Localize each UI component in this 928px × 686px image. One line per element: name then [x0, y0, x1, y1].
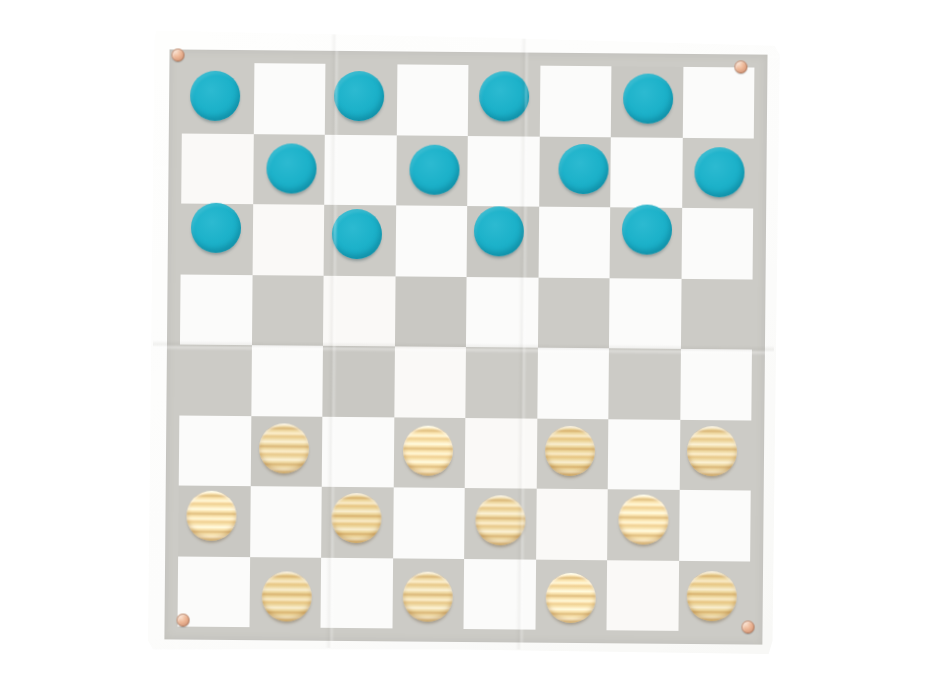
square-r3c3[interactable]	[324, 205, 396, 276]
square-r4c4[interactable]	[394, 276, 466, 347]
square-r2c7	[610, 137, 682, 208]
square-r1c7[interactable]	[611, 66, 683, 137]
square-r6c2[interactable]	[250, 416, 322, 487]
square-r3c2	[252, 204, 324, 275]
square-r2c6[interactable]	[539, 136, 611, 207]
square-r5c7[interactable]	[608, 348, 680, 419]
square-r4c1	[180, 274, 252, 345]
square-r7c7[interactable]	[607, 489, 679, 560]
square-r6c3	[322, 416, 394, 487]
square-r3c1[interactable]	[181, 204, 253, 275]
teal-piece-1[interactable]	[190, 71, 240, 121]
square-r7c2	[250, 486, 322, 557]
square-r6c6[interactable]	[536, 418, 608, 489]
wood-piece-25[interactable]	[186, 491, 236, 541]
square-r3c6	[538, 207, 610, 278]
square-r2c2[interactable]	[253, 134, 325, 205]
square-r5c3[interactable]	[322, 346, 394, 417]
wood-piece-31[interactable]	[546, 572, 596, 622]
square-r1c8	[682, 67, 754, 138]
wood-piece-30[interactable]	[403, 571, 453, 621]
square-r6c5	[465, 418, 537, 489]
square-r3c8	[681, 208, 753, 279]
square-r4c8[interactable]	[680, 278, 752, 349]
square-r1c4	[396, 64, 468, 135]
teal-piece-9[interactable]	[191, 203, 241, 253]
square-r3c5[interactable]	[467, 206, 539, 277]
square-r1c2	[253, 63, 325, 134]
teal-piece-10[interactable]	[331, 209, 381, 259]
square-r5c1[interactable]	[179, 345, 251, 416]
square-r8c8[interactable]	[678, 560, 750, 631]
square-r6c1	[179, 415, 251, 486]
square-r6c8[interactable]	[679, 419, 751, 490]
teal-piece-8[interactable]	[695, 147, 745, 197]
square-r2c1	[181, 133, 253, 204]
square-r2c5	[467, 136, 539, 207]
board-frame	[164, 49, 767, 644]
square-r4c3	[323, 275, 395, 346]
square-r7c6	[536, 489, 608, 560]
square-r7c5[interactable]	[464, 488, 536, 559]
teal-piece-2[interactable]	[334, 71, 384, 121]
square-r7c4	[393, 487, 465, 558]
checkers-board	[178, 63, 755, 632]
teal-piece-6[interactable]	[410, 144, 460, 194]
square-r4c7	[609, 278, 681, 349]
square-r5c6	[537, 348, 609, 419]
wood-piece-26[interactable]	[331, 493, 381, 543]
square-r3c7[interactable]	[610, 207, 682, 278]
square-r4c2[interactable]	[251, 275, 323, 346]
square-r5c5[interactable]	[465, 347, 537, 418]
square-r8c4[interactable]	[392, 558, 464, 629]
square-r2c8[interactable]	[682, 137, 754, 208]
wood-piece-32[interactable]	[687, 571, 737, 621]
teal-piece-11[interactable]	[473, 206, 523, 256]
teal-piece-5[interactable]	[267, 143, 317, 193]
square-r8c7	[606, 560, 678, 631]
wood-piece-23[interactable]	[545, 425, 595, 475]
square-r2c3	[324, 134, 396, 205]
wood-piece-21[interactable]	[259, 423, 309, 473]
square-r8c2[interactable]	[249, 557, 321, 628]
teal-piece-12[interactable]	[622, 205, 672, 255]
game-mat	[147, 29, 779, 654]
grommet-top-right	[734, 60, 747, 73]
square-r1c6	[539, 66, 611, 137]
square-r5c4	[394, 346, 466, 417]
square-r8c5	[463, 559, 535, 630]
square-r7c3[interactable]	[321, 487, 393, 558]
wood-piece-29[interactable]	[262, 571, 312, 621]
square-r1c5[interactable]	[468, 65, 540, 136]
square-r5c2	[251, 345, 323, 416]
teal-piece-4[interactable]	[623, 74, 673, 124]
wood-piece-28[interactable]	[618, 495, 668, 545]
wood-piece-24[interactable]	[687, 426, 737, 476]
square-r4c5	[466, 277, 538, 348]
square-r2c4[interactable]	[396, 135, 468, 206]
teal-piece-7[interactable]	[559, 144, 609, 194]
wood-piece-27[interactable]	[475, 495, 525, 545]
checkers-mat-scene	[147, 29, 779, 654]
wood-piece-22[interactable]	[403, 425, 453, 475]
square-r6c4[interactable]	[393, 417, 465, 488]
teal-piece-3[interactable]	[479, 71, 529, 121]
grommet-bottom-right	[741, 620, 754, 633]
square-r1c3[interactable]	[325, 64, 397, 135]
grommet-bottom-left	[177, 614, 190, 627]
square-r4c6[interactable]	[537, 277, 609, 348]
square-r8c6[interactable]	[535, 559, 607, 630]
square-r5c8	[680, 349, 752, 420]
grommet-top-left	[171, 48, 184, 61]
square-r6c7	[608, 419, 680, 490]
square-r1c1[interactable]	[182, 63, 254, 134]
square-r7c1[interactable]	[178, 486, 250, 557]
square-r3c4	[395, 205, 467, 276]
square-r8c3	[321, 557, 393, 628]
square-r7c8	[679, 490, 751, 561]
